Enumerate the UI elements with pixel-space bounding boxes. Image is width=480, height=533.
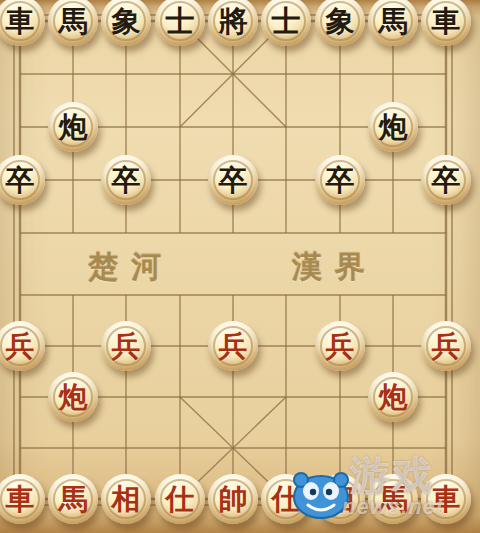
- piece-red-advisor[interactable]: 仕: [261, 474, 311, 524]
- piece-glyph: 仕: [272, 485, 301, 514]
- piece-glyph: 卒: [112, 166, 141, 195]
- piece-red-soldier[interactable]: 兵: [315, 321, 365, 371]
- piece-red-horse[interactable]: 馬: [368, 474, 418, 524]
- piece-glyph: 馬: [379, 7, 408, 36]
- board-grid-lines: [0, 0, 480, 533]
- piece-glyph: 兵: [219, 332, 248, 361]
- piece-red-soldier[interactable]: 兵: [421, 321, 471, 371]
- piece-glyph: 炮: [379, 113, 408, 142]
- piece-glyph: 馬: [59, 7, 88, 36]
- piece-black-cannon[interactable]: 炮: [48, 102, 98, 152]
- piece-red-horse[interactable]: 馬: [48, 474, 98, 524]
- piece-red-chariot[interactable]: 車: [421, 474, 471, 524]
- piece-glyph: 卒: [326, 166, 355, 195]
- piece-glyph: 帥: [219, 485, 248, 514]
- piece-glyph: 車: [6, 485, 35, 514]
- piece-red-cannon[interactable]: 炮: [48, 372, 98, 422]
- piece-glyph: 卒: [432, 166, 461, 195]
- river-label-right: 漢界: [292, 247, 378, 288]
- piece-red-general[interactable]: 帥: [208, 474, 258, 524]
- piece-red-elephant[interactable]: 相: [315, 474, 365, 524]
- piece-glyph: 象: [326, 7, 355, 36]
- piece-glyph: 士: [272, 7, 301, 36]
- piece-glyph: 炮: [379, 383, 408, 412]
- piece-glyph: 車: [432, 485, 461, 514]
- piece-glyph: 象: [112, 7, 141, 36]
- piece-glyph: 卒: [219, 166, 248, 195]
- piece-black-soldier[interactable]: 卒: [421, 155, 471, 205]
- piece-glyph: 兵: [6, 332, 35, 361]
- piece-black-soldier[interactable]: 卒: [101, 155, 151, 205]
- piece-glyph: 相: [112, 485, 141, 514]
- piece-glyph: 兵: [112, 332, 141, 361]
- piece-glyph: 相: [326, 485, 355, 514]
- piece-red-advisor[interactable]: 仕: [155, 474, 205, 524]
- piece-red-soldier[interactable]: 兵: [208, 321, 258, 371]
- piece-glyph: 兵: [326, 332, 355, 361]
- piece-glyph: 兵: [432, 332, 461, 361]
- piece-glyph: 炮: [59, 113, 88, 142]
- piece-red-elephant[interactable]: 相: [101, 474, 151, 524]
- piece-black-soldier[interactable]: 卒: [315, 155, 365, 205]
- river-label-left: 楚河: [88, 247, 174, 288]
- piece-red-soldier[interactable]: 兵: [101, 321, 151, 371]
- piece-black-soldier[interactable]: 卒: [208, 155, 258, 205]
- piece-glyph: 車: [432, 7, 461, 36]
- piece-black-cannon[interactable]: 炮: [368, 102, 418, 152]
- piece-red-cannon[interactable]: 炮: [368, 372, 418, 422]
- piece-glyph: 士: [166, 7, 195, 36]
- piece-glyph: 馬: [59, 485, 88, 514]
- piece-glyph: 將: [219, 7, 248, 36]
- xiangqi-board[interactable]: 楚河 漢界 車馬象士將士象馬車炮炮卒卒卒卒卒兵兵兵兵兵炮炮車馬相仕帥仕相馬車 游…: [0, 0, 480, 533]
- piece-glyph: 車: [6, 7, 35, 36]
- piece-glyph: 馬: [379, 485, 408, 514]
- piece-glyph: 炮: [59, 383, 88, 412]
- piece-glyph: 卒: [6, 166, 35, 195]
- piece-glyph: 仕: [166, 485, 195, 514]
